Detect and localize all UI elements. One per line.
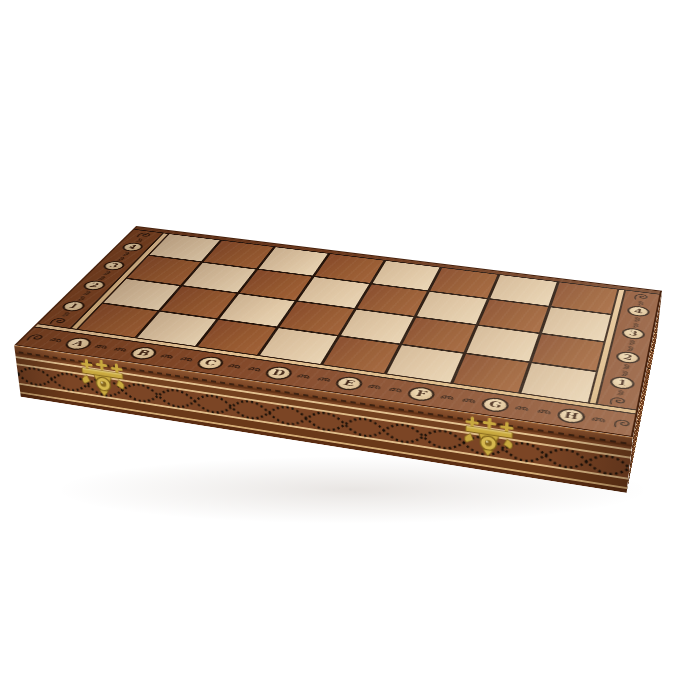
rank-label: 3	[621, 327, 646, 340]
file-label: G	[479, 396, 511, 413]
product-photo: 4321 4321 ABCDEFGH	[0, 0, 700, 700]
rank-label: 1	[609, 375, 636, 390]
scene: 4321 4321 ABCDEFGH	[55, 172, 645, 462]
brass-clasp-left	[73, 356, 132, 402]
file-label: A	[61, 336, 95, 351]
rank-label: 2	[615, 350, 641, 364]
file-label: D	[262, 365, 295, 381]
file-label: E	[333, 375, 365, 392]
file-label: B	[127, 346, 160, 361]
file-label: H	[556, 407, 587, 425]
file-label: F	[405, 386, 437, 403]
chess-box: 4321 4321 ABCDEFGH	[14, 226, 662, 437]
brass-clasp-right	[456, 413, 522, 463]
file-label: C	[194, 355, 227, 371]
